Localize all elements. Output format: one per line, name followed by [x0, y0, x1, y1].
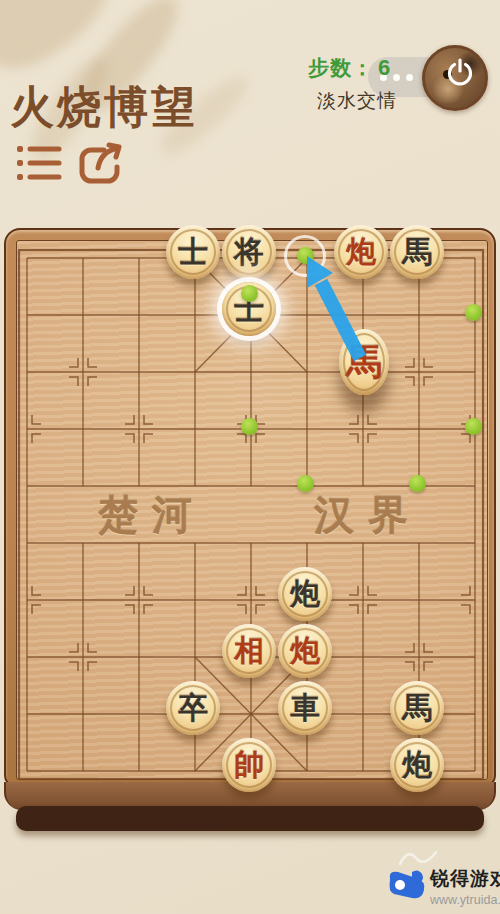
piece-character: 炮 [290, 579, 320, 609]
piece-character: 炮 [402, 750, 432, 780]
watermark-site-url: www.ytruida.com [430, 893, 500, 907]
board-stand [16, 806, 484, 831]
piece-character: 馬 [402, 237, 432, 267]
move-list-icon[interactable] [16, 142, 62, 184]
piece-character: 相 [234, 636, 264, 666]
black-piece-馬[interactable]: 馬 [390, 681, 444, 735]
black-piece-馬[interactable]: 馬 [390, 225, 444, 279]
piece-character: 将 [234, 237, 264, 267]
piece-character: 帥 [234, 750, 264, 780]
legal-move-dot[interactable] [465, 304, 482, 321]
piece-character: 卒 [178, 693, 208, 723]
piece-character: 士 [178, 237, 208, 267]
legal-move-dot[interactable] [465, 418, 482, 435]
black-piece-炮[interactable]: 炮 [390, 738, 444, 792]
legal-move-dot[interactable] [297, 247, 314, 264]
red-piece-相[interactable]: 相 [222, 624, 276, 678]
player-name: 淡水交情 [317, 88, 397, 114]
black-piece-将[interactable]: 将 [222, 225, 276, 279]
legal-move-dot[interactable] [409, 475, 426, 492]
black-piece-炮[interactable]: 炮 [278, 567, 332, 621]
share-icon[interactable] [76, 140, 124, 186]
xiangqi-puzzle-screen: { "game": "xiangqi", "position": { "fen"… [0, 0, 500, 914]
legal-move-dot[interactable] [241, 418, 258, 435]
red-piece-炮[interactable]: 炮 [278, 624, 332, 678]
black-piece-車[interactable]: 車 [278, 681, 332, 735]
power-icon[interactable] [444, 57, 476, 89]
board-intersections: 士将炮馬士馬炮相炮卒車馬帥炮 [0, 227, 500, 797]
red-piece-馬[interactable]: 馬 [339, 329, 389, 395]
menu-dot [406, 74, 413, 81]
steps-value: 6 [378, 55, 391, 81]
watermark-doodle [398, 846, 438, 868]
steps-label: 步数： [308, 54, 374, 82]
step-counter: 步数： 6 [308, 54, 391, 82]
legal-move-dot[interactable] [297, 475, 314, 492]
piece-character: 炮 [346, 237, 376, 267]
red-piece-炮[interactable]: 炮 [334, 225, 388, 279]
piece-character: 炮 [290, 636, 320, 666]
menu-dot [393, 74, 400, 81]
level-title: 火烧博望 [10, 78, 198, 137]
site-watermark: 锐得游戏网 www.ytruida.com [386, 866, 500, 908]
header-toolbar [16, 140, 124, 186]
capture-move-dot[interactable] [241, 285, 258, 302]
piece-character: 馬 [346, 344, 382, 380]
red-piece-帥[interactable]: 帥 [222, 738, 276, 792]
black-piece-士[interactable]: 士 [166, 225, 220, 279]
site-logo-icon [386, 866, 426, 908]
piece-character: 馬 [402, 693, 432, 723]
piece-character: 車 [290, 693, 320, 723]
black-piece-卒[interactable]: 卒 [166, 681, 220, 735]
watermark-site-name: 锐得游戏网 [430, 866, 500, 892]
